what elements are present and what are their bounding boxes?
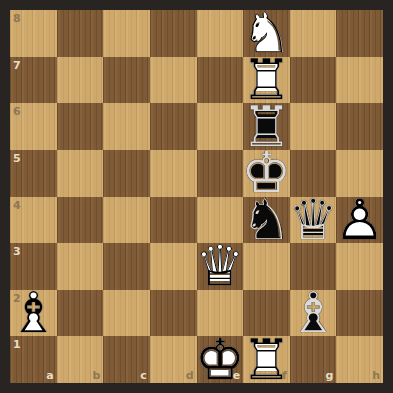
square-f4[interactable]: ♞♘ [243,197,290,244]
square-a2[interactable]: 2♝♗ [10,290,57,337]
square-e4[interactable] [197,197,244,244]
square-a7[interactable]: 7 [10,57,57,104]
black-rook[interactable]: ♜♖ [243,103,290,150]
square-e2[interactable] [197,290,244,337]
square-h7[interactable] [336,57,383,104]
square-f7[interactable]: ♜♖ [243,57,290,104]
square-f3[interactable] [243,243,290,290]
square-h6[interactable] [336,103,383,150]
black-knight[interactable]: ♞♘ [243,197,290,244]
rook-outline-icon: ♖ [241,99,291,155]
square-c2[interactable] [103,290,150,337]
square-b7[interactable] [57,57,104,104]
queen-outline-icon: ♕ [288,192,338,248]
rook-icon: ♜ [241,52,291,108]
square-a1[interactable]: 1a [10,336,57,383]
rank-label: 8 [13,13,21,24]
file-label: h [372,370,380,381]
square-e6[interactable] [197,103,244,150]
black-king[interactable]: ♚♔ [243,150,290,197]
square-d4[interactable] [150,197,197,244]
king-icon: ♚ [195,332,245,388]
square-d5[interactable] [150,150,197,197]
file-label: b [92,370,100,381]
square-e8[interactable] [197,10,244,57]
square-b3[interactable] [57,243,104,290]
knight-icon: ♞ [241,192,291,248]
square-g1[interactable]: g [290,336,337,383]
white-pawn[interactable]: ♟♙ [336,197,383,244]
white-queen[interactable]: ♛♕ [197,243,244,290]
square-a4[interactable]: 4 [10,197,57,244]
square-d7[interactable] [150,57,197,104]
square-b5[interactable] [57,150,104,197]
square-c3[interactable] [103,243,150,290]
square-h2[interactable] [336,290,383,337]
square-f1[interactable]: f♜♖ [243,336,290,383]
black-bishop[interactable]: ♝♗ [290,290,337,337]
rank-label: 4 [13,200,21,211]
square-c5[interactable] [103,150,150,197]
black-queen[interactable]: ♛♕ [290,197,337,244]
bishop-outline-icon: ♗ [8,285,58,341]
queen-icon: ♛ [195,238,245,294]
knight-icon: ♞ [241,5,291,61]
queen-icon: ♛ [288,192,338,248]
square-c4[interactable] [103,197,150,244]
square-g4[interactable]: ♛♕ [290,197,337,244]
bishop-outline-icon: ♗ [288,285,338,341]
rank-label: 1 [13,339,21,350]
square-b8[interactable] [57,10,104,57]
square-b4[interactable] [57,197,104,244]
white-king[interactable]: ♚♔ [197,336,244,383]
rook-outline-icon: ♖ [241,52,291,108]
square-f2[interactable] [243,290,290,337]
square-c8[interactable] [103,10,150,57]
square-b1[interactable]: b [57,336,104,383]
knight-outline-icon: ♘ [241,5,291,61]
square-g3[interactable] [290,243,337,290]
chess-board: 8♞♘7♜♖6♜♖5♚♔4♞♘♛♕♟♙3♛♕2♝♗♝♗1abcde♚♔f♜♖gh [10,10,383,383]
white-rook[interactable]: ♜♖ [243,57,290,104]
square-a8[interactable]: 8 [10,10,57,57]
square-h5[interactable] [336,150,383,197]
pawn-icon: ♟ [335,192,385,248]
square-c6[interactable] [103,103,150,150]
king-icon: ♚ [241,145,291,201]
square-g8[interactable] [290,10,337,57]
rook-icon: ♜ [241,332,291,388]
square-d6[interactable] [150,103,197,150]
square-e7[interactable] [197,57,244,104]
white-knight[interactable]: ♞♘ [243,10,290,57]
knight-outline-icon: ♘ [241,192,291,248]
square-e1[interactable]: e♚♔ [197,336,244,383]
file-label: d [186,370,194,381]
square-f5[interactable]: ♚♔ [243,150,290,197]
bishop-icon: ♝ [8,285,58,341]
rank-label: 7 [13,60,21,71]
square-g6[interactable] [290,103,337,150]
square-h4[interactable]: ♟♙ [336,197,383,244]
white-bishop[interactable]: ♝♗ [10,290,57,337]
square-b6[interactable] [57,103,104,150]
square-d8[interactable] [150,10,197,57]
square-b2[interactable] [57,290,104,337]
pawn-outline-icon: ♙ [335,192,385,248]
square-d1[interactable]: d [150,336,197,383]
file-label: g [326,370,334,381]
square-d2[interactable] [150,290,197,337]
square-g5[interactable] [290,150,337,197]
rank-label: 5 [13,153,21,164]
white-rook[interactable]: ♜♖ [243,336,290,383]
square-h8[interactable] [336,10,383,57]
file-label: a [46,370,53,381]
chess-board-frame: 8♞♘7♜♖6♜♖5♚♔4♞♘♛♕♟♙3♛♕2♝♗♝♗1abcde♚♔f♜♖gh [0,0,393,393]
square-a5[interactable]: 5 [10,150,57,197]
square-f6[interactable]: ♜♖ [243,103,290,150]
square-f8[interactable]: ♞♘ [243,10,290,57]
file-label: c [140,370,147,381]
square-c7[interactable] [103,57,150,104]
king-outline-icon: ♔ [195,332,245,388]
square-e5[interactable] [197,150,244,197]
bishop-icon: ♝ [288,285,338,341]
square-d3[interactable] [150,243,197,290]
king-outline-icon: ♔ [241,145,291,201]
rook-outline-icon: ♖ [241,332,291,388]
square-a6[interactable]: 6 [10,103,57,150]
square-g7[interactable] [290,57,337,104]
square-c1[interactable]: c [103,336,150,383]
square-g2[interactable]: ♝♗ [290,290,337,337]
rank-label: 6 [13,106,21,117]
square-e3[interactable]: ♛♕ [197,243,244,290]
square-h3[interactable] [336,243,383,290]
queen-outline-icon: ♕ [195,238,245,294]
rank-label: 3 [13,246,21,257]
square-h1[interactable]: h [336,336,383,383]
rook-icon: ♜ [241,99,291,155]
square-a3[interactable]: 3 [10,243,57,290]
